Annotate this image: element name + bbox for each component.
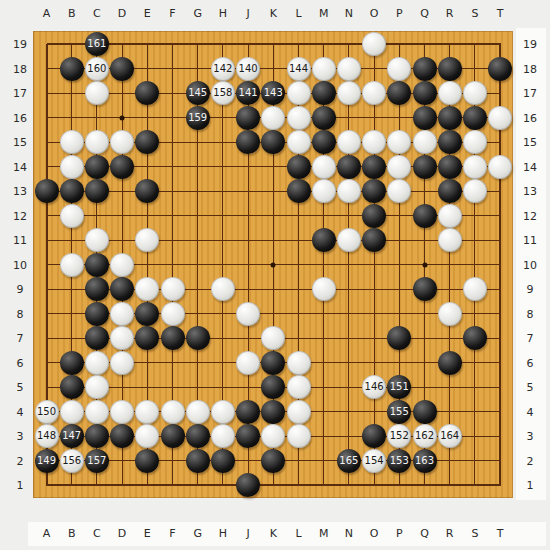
- column-label-top: H: [219, 7, 227, 20]
- white-stone-S13[interactable]: [463, 179, 487, 203]
- column-label-top: J: [246, 7, 249, 20]
- black-stone-K5[interactable]: [261, 375, 285, 399]
- black-stone-Q17[interactable]: [413, 81, 437, 105]
- row-label-left: 4: [17, 405, 24, 418]
- column-label-top: C: [93, 7, 101, 20]
- row-label-right: 17: [523, 87, 537, 100]
- move-number-label: 142: [213, 63, 232, 74]
- column-label-bottom: J: [246, 527, 249, 540]
- black-stone-B5[interactable]: [60, 375, 84, 399]
- column-label-top: Q: [420, 7, 429, 20]
- row-label-right: 15: [523, 136, 537, 149]
- white-stone-S15[interactable]: [463, 130, 487, 154]
- black-stone-O3[interactable]: [362, 424, 386, 448]
- column-label-bottom: D: [118, 527, 126, 540]
- white-stone-B12[interactable]: [60, 204, 84, 228]
- black-stone-D18[interactable]: [110, 57, 134, 81]
- black-stone-J4[interactable]: [236, 400, 260, 424]
- black-stone-F3[interactable]: [161, 424, 185, 448]
- white-stone-D7[interactable]: [110, 326, 134, 350]
- column-label-top: E: [144, 7, 151, 20]
- grid-line-vertical: [348, 44, 349, 486]
- row-label-left: 1: [17, 479, 24, 492]
- white-stone-C4[interactable]: [85, 400, 109, 424]
- black-stone-C9[interactable]: [85, 277, 109, 301]
- row-label-left: 2: [17, 454, 24, 467]
- grid-line-vertical: [374, 44, 375, 486]
- row-label-left: 9: [17, 283, 24, 296]
- column-label-bottom: L: [295, 527, 301, 540]
- black-stone-R6[interactable]: [438, 351, 462, 375]
- black-stone-M16[interactable]: [312, 106, 336, 130]
- white-stone-M18[interactable]: [312, 57, 336, 81]
- row-label-right: 12: [523, 209, 537, 222]
- black-stone-E2[interactable]: [135, 449, 159, 473]
- go-game-screenshot: 1611601421401441451581411431591461511501…: [0, 0, 550, 550]
- move-number-label: 140: [239, 63, 258, 74]
- white-stone-N15[interactable]: [337, 130, 361, 154]
- black-stone-R16[interactable]: [438, 106, 462, 130]
- black-stone-J1[interactable]: [236, 473, 260, 497]
- column-label-bottom: N: [345, 527, 353, 540]
- white-stone-R11[interactable]: [438, 228, 462, 252]
- row-label-left: 17: [13, 87, 27, 100]
- black-stone-S7[interactable]: [463, 326, 487, 350]
- black-stone-F7[interactable]: [161, 326, 185, 350]
- column-label-top: L: [295, 7, 301, 20]
- grid-line-horizontal: [47, 484, 502, 486]
- move-number-label: 165: [339, 455, 358, 466]
- column-label-bottom: O: [370, 527, 379, 540]
- row-label-right: 18: [523, 62, 537, 75]
- white-stone-P15[interactable]: [387, 130, 411, 154]
- black-stone-P5[interactable]: 151: [387, 375, 411, 399]
- white-stone-R8[interactable]: [438, 302, 462, 326]
- move-number-label: 163: [415, 455, 434, 466]
- go-board[interactable]: 1611601421401441451581411431591461511501…: [33, 31, 513, 498]
- black-stone-M11[interactable]: [312, 228, 336, 252]
- black-stone-R18[interactable]: [438, 57, 462, 81]
- white-stone-P18[interactable]: [387, 57, 411, 81]
- black-stone-K4[interactable]: [261, 400, 285, 424]
- black-stone-B3[interactable]: 147: [60, 424, 84, 448]
- column-label-bottom: B: [68, 527, 76, 540]
- white-stone-S14[interactable]: [463, 155, 487, 179]
- white-stone-R17[interactable]: [438, 81, 462, 105]
- white-stone-L4[interactable]: [287, 400, 311, 424]
- column-label-top: F: [169, 7, 175, 20]
- column-label-top: O: [370, 7, 379, 20]
- white-stone-N11[interactable]: [337, 228, 361, 252]
- white-stone-A3[interactable]: 148: [35, 424, 59, 448]
- column-label-top: S: [471, 7, 478, 20]
- row-label-left: 6: [17, 356, 24, 369]
- white-stone-R3[interactable]: 164: [438, 424, 462, 448]
- grid-line-horizontal: [47, 240, 502, 241]
- white-stone-T14[interactable]: [488, 155, 512, 179]
- black-stone-C3[interactable]: [85, 424, 109, 448]
- black-stone-N2[interactable]: 165: [337, 449, 361, 473]
- white-stone-N13[interactable]: [337, 179, 361, 203]
- row-label-right: 19: [523, 38, 537, 51]
- row-label-left: 7: [17, 332, 24, 345]
- column-label-top: R: [446, 7, 454, 20]
- black-stone-D3[interactable]: [110, 424, 134, 448]
- white-stone-P14[interactable]: [387, 155, 411, 179]
- white-stone-L3[interactable]: [287, 424, 311, 448]
- move-number-label: 155: [390, 406, 409, 417]
- white-stone-Q3[interactable]: 162: [413, 424, 437, 448]
- white-stone-B10[interactable]: [60, 253, 84, 277]
- white-stone-J6[interactable]: [236, 351, 260, 375]
- bottom-label-strip: [28, 522, 546, 546]
- move-number-label: 161: [87, 38, 106, 49]
- white-stone-S17[interactable]: [463, 81, 487, 105]
- white-stone-M13[interactable]: [312, 179, 336, 203]
- row-label-right: 13: [523, 185, 537, 198]
- black-stone-O14[interactable]: [362, 155, 386, 179]
- column-label-top: M: [319, 7, 329, 20]
- white-stone-C6[interactable]: [85, 351, 109, 375]
- white-stone-B15[interactable]: [60, 130, 84, 154]
- column-label-top: G: [193, 7, 202, 20]
- black-stone-D14[interactable]: [110, 155, 134, 179]
- black-stone-L13[interactable]: [287, 179, 311, 203]
- move-number-label: 154: [365, 455, 384, 466]
- black-stone-R14[interactable]: [438, 155, 462, 179]
- white-stone-J18[interactable]: 140: [236, 57, 260, 81]
- column-label-top: T: [497, 7, 504, 20]
- white-stone-G4[interactable]: [186, 400, 210, 424]
- black-stone-B6[interactable]: [60, 351, 84, 375]
- white-stone-S9[interactable]: [463, 277, 487, 301]
- black-stone-E8[interactable]: [135, 302, 159, 326]
- black-stone-Q2[interactable]: 163: [413, 449, 437, 473]
- white-stone-C15[interactable]: [85, 130, 109, 154]
- row-label-left: 5: [17, 381, 24, 394]
- move-number-label: 141: [239, 87, 258, 98]
- move-number-label: 160: [87, 63, 106, 74]
- white-stone-M9[interactable]: [312, 277, 336, 301]
- white-stone-L18[interactable]: 144: [287, 57, 311, 81]
- column-label-bottom: E: [144, 527, 151, 540]
- white-stone-F4[interactable]: [161, 400, 185, 424]
- column-label-top: P: [396, 7, 403, 20]
- white-stone-E3[interactable]: [135, 424, 159, 448]
- white-stone-H17[interactable]: 158: [211, 81, 235, 105]
- black-stone-G2[interactable]: [186, 449, 210, 473]
- column-label-bottom: T: [497, 527, 504, 540]
- black-stone-A13[interactable]: [35, 179, 59, 203]
- black-stone-O12[interactable]: [362, 204, 386, 228]
- white-stone-R12[interactable]: [438, 204, 462, 228]
- black-stone-A2[interactable]: 149: [35, 449, 59, 473]
- row-label-right: 4: [527, 405, 534, 418]
- row-label-right: 11: [523, 234, 537, 247]
- white-stone-D4[interactable]: [110, 400, 134, 424]
- white-stone-A4[interactable]: 150: [35, 400, 59, 424]
- black-stone-G7[interactable]: [186, 326, 210, 350]
- move-number-label: 156: [62, 455, 81, 466]
- black-stone-R15[interactable]: [438, 130, 462, 154]
- row-label-left: 13: [13, 185, 27, 198]
- black-stone-S16[interactable]: [463, 106, 487, 130]
- white-stone-Q15[interactable]: [413, 130, 437, 154]
- row-label-left: 15: [13, 136, 27, 149]
- white-stone-N18[interactable]: [337, 57, 361, 81]
- black-stone-K15[interactable]: [261, 130, 285, 154]
- white-stone-C18[interactable]: 160: [85, 57, 109, 81]
- white-stone-E9[interactable]: [135, 277, 159, 301]
- black-stone-C13[interactable]: [85, 179, 109, 203]
- white-stone-K3[interactable]: [261, 424, 285, 448]
- white-stone-M14[interactable]: [312, 155, 336, 179]
- black-stone-G3[interactable]: [186, 424, 210, 448]
- black-stone-C10[interactable]: [85, 253, 109, 277]
- black-stone-Q14[interactable]: [413, 155, 437, 179]
- white-stone-O2[interactable]: 154: [362, 449, 386, 473]
- row-label-right: 3: [527, 430, 534, 443]
- black-stone-B13[interactable]: [60, 179, 84, 203]
- white-stone-F9[interactable]: [161, 277, 185, 301]
- column-label-top: A: [43, 7, 51, 20]
- move-number-label: 144: [289, 63, 308, 74]
- row-label-right: 8: [527, 307, 534, 320]
- white-stone-H3[interactable]: [211, 424, 235, 448]
- black-stone-N14[interactable]: [337, 155, 361, 179]
- move-number-label: 158: [213, 87, 232, 98]
- row-label-right: 5: [527, 381, 534, 394]
- move-number-label: 148: [37, 430, 56, 441]
- move-number-label: 149: [37, 455, 56, 466]
- row-label-right: 9: [527, 283, 534, 296]
- star-point: [271, 262, 276, 267]
- column-label-bottom: S: [471, 527, 478, 540]
- move-number-label: 151: [390, 381, 409, 392]
- white-stone-K7[interactable]: [261, 326, 285, 350]
- white-stone-O19[interactable]: [362, 32, 386, 56]
- white-stone-L17[interactable]: [287, 81, 311, 105]
- black-stone-C8[interactable]: [85, 302, 109, 326]
- row-label-left: 10: [13, 258, 27, 271]
- black-stone-E13[interactable]: [135, 179, 159, 203]
- white-stone-E11[interactable]: [135, 228, 159, 252]
- column-label-top: D: [118, 7, 126, 20]
- white-stone-H18[interactable]: 142: [211, 57, 235, 81]
- black-stone-K17[interactable]: 143: [261, 81, 285, 105]
- column-label-bottom: G: [193, 527, 202, 540]
- move-number-label: 162: [415, 430, 434, 441]
- black-stone-H2[interactable]: [211, 449, 235, 473]
- black-stone-C14[interactable]: [85, 155, 109, 179]
- row-label-left: 14: [13, 160, 27, 173]
- move-number-label: 147: [62, 430, 81, 441]
- white-stone-J8[interactable]: [236, 302, 260, 326]
- black-stone-J16[interactable]: [236, 106, 260, 130]
- move-number-label: 145: [188, 87, 207, 98]
- move-number-label: 164: [440, 430, 459, 441]
- black-stone-K6[interactable]: [261, 351, 285, 375]
- grid-line-horizontal: [47, 191, 502, 192]
- white-stone-D10[interactable]: [110, 253, 134, 277]
- white-stone-P3[interactable]: 152: [387, 424, 411, 448]
- row-label-left: 12: [13, 209, 27, 222]
- grid-line-horizontal: [47, 43, 502, 45]
- star-point: [422, 262, 427, 267]
- black-stone-Q18[interactable]: [413, 57, 437, 81]
- white-stone-H4[interactable]: [211, 400, 235, 424]
- black-stone-Q16[interactable]: [413, 106, 437, 130]
- black-stone-M17[interactable]: [312, 81, 336, 105]
- black-stone-C19[interactable]: 161: [85, 32, 109, 56]
- column-label-bottom: Q: [420, 527, 429, 540]
- row-label-right: 1: [527, 479, 534, 492]
- row-label-left: 3: [17, 430, 24, 443]
- column-label-top: K: [270, 7, 277, 20]
- column-label-top: N: [345, 7, 353, 20]
- white-stone-B14[interactable]: [60, 155, 84, 179]
- row-label-left: 8: [17, 307, 24, 320]
- column-label-bottom: A: [43, 527, 51, 540]
- column-label-bottom: K: [270, 527, 277, 540]
- white-stone-C17[interactable]: [85, 81, 109, 105]
- white-stone-B4[interactable]: [60, 400, 84, 424]
- row-label-left: 16: [13, 111, 27, 124]
- column-label-bottom: P: [396, 527, 403, 540]
- black-stone-Q9[interactable]: [413, 277, 437, 301]
- black-stone-D9[interactable]: [110, 277, 134, 301]
- star-point: [120, 115, 125, 120]
- white-stone-O15[interactable]: [362, 130, 386, 154]
- black-stone-B18[interactable]: [60, 57, 84, 81]
- column-label-bottom: F: [169, 527, 175, 540]
- black-stone-E17[interactable]: [135, 81, 159, 105]
- row-label-right: 10: [523, 258, 537, 271]
- white-stone-B2[interactable]: 156: [60, 449, 84, 473]
- white-stone-O5[interactable]: 146: [362, 375, 386, 399]
- column-label-bottom: R: [446, 527, 454, 540]
- white-stone-L6[interactable]: [287, 351, 311, 375]
- black-stone-C2[interactable]: 157: [85, 449, 109, 473]
- white-stone-N17[interactable]: [337, 81, 361, 105]
- column-label-bottom: M: [319, 527, 329, 540]
- white-stone-L16[interactable]: [287, 106, 311, 130]
- row-label-right: 2: [527, 454, 534, 467]
- black-stone-M15[interactable]: [312, 130, 336, 154]
- row-label-left: 19: [13, 38, 27, 51]
- move-number-label: 152: [390, 430, 409, 441]
- row-label-right: 7: [527, 332, 534, 345]
- move-number-label: 146: [365, 381, 384, 392]
- column-label-bottom: H: [219, 527, 227, 540]
- column-label-bottom: C: [93, 527, 101, 540]
- black-stone-J17[interactable]: 141: [236, 81, 260, 105]
- white-stone-F8[interactable]: [161, 302, 185, 326]
- white-stone-L15[interactable]: [287, 130, 311, 154]
- black-stone-E15[interactable]: [135, 130, 159, 154]
- black-stone-O11[interactable]: [362, 228, 386, 252]
- white-stone-D6[interactable]: [110, 351, 134, 375]
- black-stone-O13[interactable]: [362, 179, 386, 203]
- move-number-label: 150: [37, 406, 56, 417]
- white-stone-D15[interactable]: [110, 130, 134, 154]
- white-stone-H9[interactable]: [211, 277, 235, 301]
- move-number-label: 159: [188, 112, 207, 123]
- row-label-right: 16: [523, 111, 537, 124]
- black-stone-P7[interactable]: [387, 326, 411, 350]
- black-stone-T18[interactable]: [488, 57, 512, 81]
- black-stone-L14[interactable]: [287, 155, 311, 179]
- row-label-right: 14: [523, 160, 537, 173]
- black-stone-E7[interactable]: [135, 326, 159, 350]
- white-stone-O17[interactable]: [362, 81, 386, 105]
- white-stone-C5[interactable]: [85, 375, 109, 399]
- column-label-top: B: [68, 7, 76, 20]
- white-stone-D8[interactable]: [110, 302, 134, 326]
- black-stone-Q4[interactable]: [413, 400, 437, 424]
- black-stone-R13[interactable]: [438, 179, 462, 203]
- black-stone-J15[interactable]: [236, 130, 260, 154]
- black-stone-P4[interactable]: 155: [387, 400, 411, 424]
- white-stone-T16[interactable]: [488, 106, 512, 130]
- row-label-right: 6: [527, 356, 534, 369]
- row-label-left: 18: [13, 62, 27, 75]
- white-stone-K16[interactable]: [261, 106, 285, 130]
- black-stone-C7[interactable]: [85, 326, 109, 350]
- white-stone-E4[interactable]: [135, 400, 159, 424]
- white-stone-L5[interactable]: [287, 375, 311, 399]
- black-stone-Q12[interactable]: [413, 204, 437, 228]
- white-stone-C11[interactable]: [85, 228, 109, 252]
- white-stone-P13[interactable]: [387, 179, 411, 203]
- black-stone-G17[interactable]: 145: [186, 81, 210, 105]
- row-label-left: 11: [13, 234, 27, 247]
- black-stone-P2[interactable]: 153: [387, 449, 411, 473]
- black-stone-G16[interactable]: 159: [186, 106, 210, 130]
- black-stone-P17[interactable]: [387, 81, 411, 105]
- move-number-label: 153: [390, 455, 409, 466]
- move-number-label: 157: [87, 455, 106, 466]
- black-stone-K2[interactable]: [261, 449, 285, 473]
- black-stone-J3[interactable]: [236, 424, 260, 448]
- move-number-label: 143: [264, 87, 283, 98]
